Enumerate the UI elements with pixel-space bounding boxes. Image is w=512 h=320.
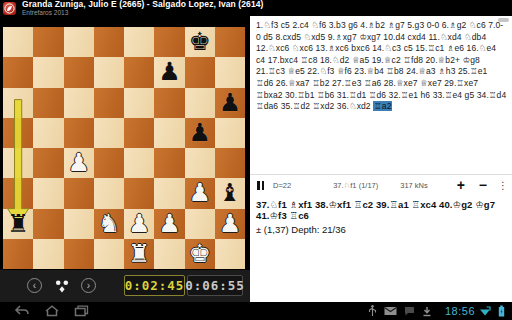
piece-black-bishop[interactable]: ♝: [219, 178, 241, 208]
square-d5[interactable]: [94, 118, 124, 148]
square-c6[interactable]: [64, 88, 94, 118]
engine-depth-label: D=22: [273, 181, 291, 190]
square-g8[interactable]: ♚: [185, 27, 215, 57]
piece-white-king[interactable]: ♚: [188, 239, 210, 269]
scrollbar-thumb[interactable]: [498, 18, 509, 22]
piece-black-pawn[interactable]: ♟: [188, 118, 210, 148]
game-controls-bar: ‹ › 0:02:45 0:06:55: [0, 270, 250, 302]
piece-white-pawn[interactable]: ♟: [67, 148, 89, 178]
square-d4[interactable]: [94, 148, 124, 178]
square-e7[interactable]: [124, 57, 154, 87]
game-players-title: Granda Zuniga, Julio E (2665) - Salgado …: [22, 0, 264, 9]
square-f7[interactable]: ♟: [154, 57, 184, 87]
square-b3[interactable]: [33, 178, 63, 208]
square-a1[interactable]: [3, 239, 33, 269]
square-f4[interactable]: [154, 148, 184, 178]
chess-app-window: Granda Zuniga, Julio E (2665) - Salgado …: [0, 0, 512, 320]
app-icon[interactable]: [3, 2, 16, 15]
add-engine-line-button[interactable]: +: [457, 178, 465, 192]
square-f8[interactable]: [154, 27, 184, 57]
board-area: ♚♟♟♟♟♟♝♜♞♟♟♟♜♚: [0, 16, 250, 270]
square-e6[interactable]: [124, 88, 154, 118]
square-e2[interactable]: ♟: [124, 209, 154, 239]
square-e4[interactable]: [124, 148, 154, 178]
square-a7[interactable]: [3, 57, 33, 87]
engine-current-move: 37.♘f1 (1/17): [333, 181, 378, 190]
square-a6[interactable]: [3, 88, 33, 118]
engine-toolbar: D=22 37.♘f1 (1/17) 317 kNs + − ⋮: [250, 175, 512, 195]
square-a5[interactable]: [3, 118, 33, 148]
square-g7[interactable]: [185, 57, 215, 87]
knight-sketch-icon: [4, 3, 15, 14]
square-c3[interactable]: [64, 178, 94, 208]
notation-panel: 1.♘f3 c5 2.c4 ♘f6 3.b3 g6 4.♗b2 ♗g7 5.g3…: [250, 16, 512, 302]
square-b8[interactable]: [33, 27, 63, 57]
square-d6[interactable]: [94, 88, 124, 118]
status-clock: 18:56: [445, 305, 475, 317]
inactive-clock: 0:06:55: [187, 275, 243, 296]
home-button[interactable]: [44, 305, 60, 317]
variation-tree-icon[interactable]: [55, 279, 69, 292]
square-h1[interactable]: [215, 239, 245, 269]
square-f2[interactable]: ♟: [154, 209, 184, 239]
engine-menu-button[interactable]: ⋮: [498, 180, 508, 191]
next-move-button[interactable]: ›: [81, 278, 96, 293]
engine-best-line[interactable]: 37.♘f1 ♗xf1 38.♔xf1 ♖c2 39.♖a1 ♖xc4 40.♔…: [250, 195, 512, 221]
square-e8[interactable]: [124, 27, 154, 57]
square-b4[interactable]: [33, 148, 63, 178]
chat-bubble-icon: [404, 306, 415, 317]
square-e5[interactable]: [124, 118, 154, 148]
piece-black-pawn[interactable]: ♟: [219, 88, 241, 118]
piece-white-knight[interactable]: ♞: [98, 209, 120, 239]
moves-text[interactable]: 1.♘f3 c5 2.c4 ♘f6 3.b3 g6 4.♗b2 ♗g7 5.g3…: [256, 20, 506, 111]
square-c5[interactable]: [64, 118, 94, 148]
square-h3[interactable]: ♝: [215, 178, 245, 208]
square-c8[interactable]: [64, 27, 94, 57]
square-g3[interactable]: ♟: [185, 178, 215, 208]
square-h6[interactable]: ♟: [215, 88, 245, 118]
square-a3[interactable]: [3, 178, 33, 208]
email-icon: [384, 306, 397, 316]
square-b2[interactable]: [33, 209, 63, 239]
android-system-bar: 18:56: [0, 302, 512, 320]
square-b1[interactable]: [33, 239, 63, 269]
square-a8[interactable]: [3, 27, 33, 57]
piece-white-pawn[interactable]: ♟: [219, 209, 241, 239]
square-f3[interactable]: [154, 178, 184, 208]
square-g4[interactable]: [185, 148, 215, 178]
square-h5[interactable]: [215, 118, 245, 148]
square-d3[interactable]: [94, 178, 124, 208]
piece-white-pawn[interactable]: ♟: [128, 209, 150, 239]
square-b5[interactable]: [33, 118, 63, 148]
engine-speed: 317 kNs: [400, 181, 428, 190]
recents-button[interactable]: [74, 305, 89, 317]
piece-white-pawn[interactable]: ♟: [188, 178, 210, 208]
piece-black-rook[interactable]: ♜: [7, 209, 29, 239]
square-c1[interactable]: [64, 239, 94, 269]
square-c7[interactable]: [64, 57, 94, 87]
square-f6[interactable]: [154, 88, 184, 118]
square-h4[interactable]: [215, 148, 245, 178]
battery-icon: [498, 305, 505, 317]
piece-white-rook[interactable]: ♜: [128, 239, 150, 269]
move-list[interactable]: 1.♘f3 c5 2.c4 ♘f6 3.b3 g6 4.♗b2 ♗g7 5.g3…: [250, 16, 512, 113]
square-f5[interactable]: [154, 118, 184, 148]
engine-panel: D=22 37.♘f1 (1/17) 317 kNs + − ⋮ 37.♘f1 …: [250, 174, 512, 238]
download-icon: [422, 306, 432, 317]
current-move-highlight[interactable]: ♖a2: [373, 101, 392, 111]
square-d8[interactable]: [94, 27, 124, 57]
square-d2[interactable]: ♞: [94, 209, 124, 239]
square-g6[interactable]: [185, 88, 215, 118]
chess-board[interactable]: ♚♟♟♟♟♟♝♜♞♟♟♟♜♚: [3, 27, 245, 269]
square-e3[interactable]: [124, 178, 154, 208]
square-g1[interactable]: ♚: [185, 239, 215, 269]
square-c2[interactable]: [64, 209, 94, 239]
usb-icon: [368, 305, 377, 317]
piece-black-pawn[interactable]: ♟: [158, 57, 180, 87]
piece-black-king[interactable]: ♚: [188, 27, 210, 57]
piece-white-pawn[interactable]: ♟: [158, 209, 180, 239]
square-h2[interactable]: ♟: [215, 209, 245, 239]
back-button[interactable]: [14, 305, 30, 317]
engine-evaluation: ± (1,37) Depth: 21/36: [250, 221, 512, 238]
square-d1[interactable]: [94, 239, 124, 269]
square-b6[interactable]: [33, 88, 63, 118]
square-f1[interactable]: [154, 239, 184, 269]
square-d7[interactable]: [94, 57, 124, 87]
title-bar: Granda Zuniga, Julio E (2665) - Salgado …: [0, 0, 512, 16]
square-a2[interactable]: ♜: [3, 209, 33, 239]
remove-engine-line-button[interactable]: −: [479, 178, 487, 192]
engine-pause-button[interactable]: [257, 181, 264, 190]
square-c4[interactable]: ♟: [64, 148, 94, 178]
square-h8[interactable]: [215, 27, 245, 57]
square-a4[interactable]: [3, 148, 33, 178]
prev-move-button[interactable]: ‹: [27, 278, 42, 293]
active-clock: 0:02:45: [124, 275, 185, 296]
square-b7[interactable]: [33, 57, 63, 87]
square-g2[interactable]: [185, 209, 215, 239]
wifi-icon: [479, 306, 491, 316]
square-e1[interactable]: ♜: [124, 239, 154, 269]
square-g5[interactable]: ♟: [185, 118, 215, 148]
square-h7[interactable]: [215, 57, 245, 87]
